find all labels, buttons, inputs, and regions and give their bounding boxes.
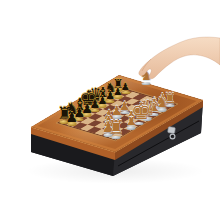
hand (0, 0, 220, 220)
hand-silhouette (139, 37, 220, 79)
chess-set-photo[interactable]: ♜♞♝♚♛♝♞♜♟♟♟♟♟♟♟♟♟♟♟♟♟♟♟♟♜♝♚♛♝♞♜♞ (0, 0, 220, 220)
